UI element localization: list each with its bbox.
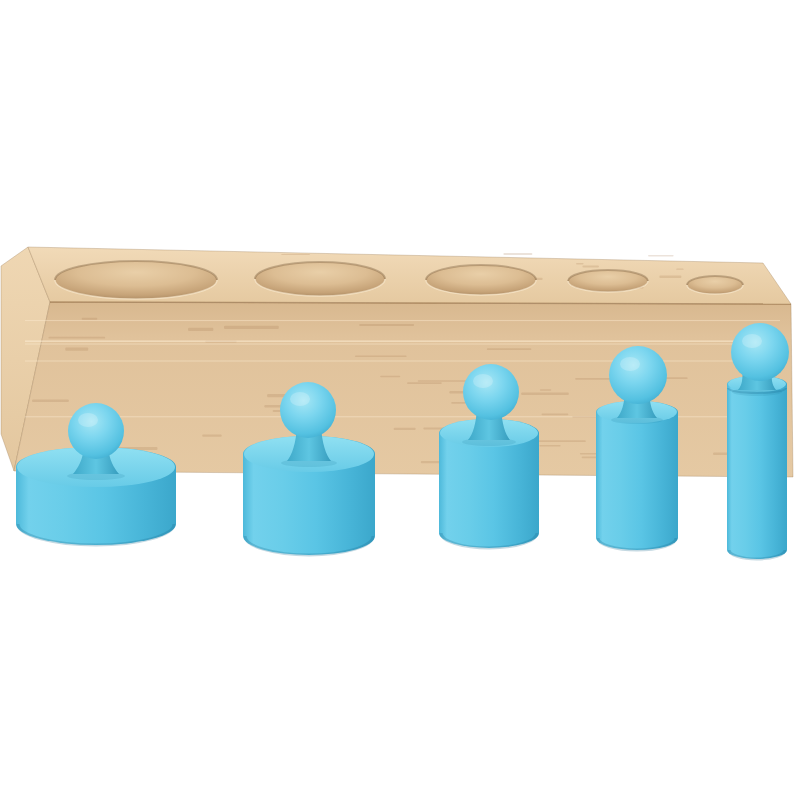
grain-fleck [202,435,222,437]
cylinder-3-knob-highlight [473,374,493,388]
grain-fleck [188,328,213,331]
cylinder-4-knob-highlight [620,357,640,371]
grain-fleck [503,253,532,255]
montessori-cylinder-toy-scene [0,0,800,800]
cylinder-2-knob-highlight [290,392,310,406]
cylinder-5-knob-highlight [742,334,762,348]
grain-fleck [536,440,586,442]
grain-fleck [659,275,681,278]
cylinder-5 [727,323,789,559]
grain-fleck [451,402,466,404]
grain-fleck [648,255,674,257]
grain-fleck [582,265,599,267]
grain-fleck [380,376,400,377]
cylinder-2-knob-ball [280,382,336,438]
grain-fleck [542,413,569,415]
cylinder-1-knob-highlight [78,413,98,427]
cylinder-5-knob-ball [731,323,789,381]
block-hole-5 [687,276,743,294]
grain-fleck [359,324,414,326]
grain-fleck [82,318,98,320]
grain-fleck [355,356,407,358]
grain-fleck [539,445,560,447]
grain-fleck [65,348,88,351]
grain-fleck [521,392,569,395]
grain-fleck [32,399,69,402]
block-hole-3 [426,265,536,295]
cylinder-3-knob-ball [463,364,519,420]
grain-fleck [676,269,684,270]
grain-fleck [580,453,597,455]
page [0,0,800,800]
grain-fleck [407,382,442,384]
cylinder-4-knob-ball [609,346,667,404]
grain-fleck [49,337,106,339]
block-hole-2 [255,262,385,296]
grain-fleck [281,254,310,255]
cylinder-1-knob-ball [68,403,124,459]
block-hole-1 [55,261,217,299]
grain-fleck [487,348,532,350]
grain-fleck [576,263,584,265]
grain-fleck [540,389,552,391]
grain-fleck [224,326,279,329]
grain-fleck [394,428,416,430]
block-hole-4 [568,270,648,292]
cylinder-5-body [727,376,787,559]
product-photo [0,0,800,800]
